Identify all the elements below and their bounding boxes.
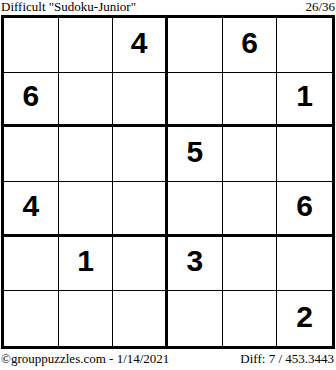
copyright-text: ©grouppuzzles.com - 1/14/2021 (1, 351, 169, 367)
cell-r2c4[interactable] (168, 73, 223, 128)
cell-r6c3[interactable] (113, 291, 168, 346)
cell-r1c2[interactable] (59, 18, 114, 73)
cell-r1c6[interactable] (277, 18, 332, 73)
difficulty-text: Diff: 7 / 453.3443 (240, 351, 334, 367)
cell-r4c5[interactable] (223, 182, 278, 237)
cell-r2c3[interactable] (113, 73, 168, 128)
cell-r6c4[interactable] (168, 291, 223, 346)
puzzle-title: Difficult "Sudoku-Junior" (1, 0, 136, 13)
cell-r4c1[interactable]: 4 (4, 182, 59, 237)
cell-r2c6[interactable]: 1 (277, 73, 332, 128)
cell-r2c1[interactable]: 6 (4, 73, 59, 128)
cell-r5c5[interactable] (223, 237, 278, 292)
cell-r5c2[interactable]: 1 (59, 237, 114, 292)
cell-r3c6[interactable] (277, 127, 332, 182)
cell-r3c2[interactable] (59, 127, 114, 182)
board: 4661546132 (1, 15, 335, 349)
cell-r5c6[interactable] (277, 237, 332, 292)
cell-r1c5[interactable]: 6 (223, 18, 278, 73)
cell-r4c3[interactable] (113, 182, 168, 237)
puzzle-counter: 26/36 (305, 0, 335, 13)
cell-r4c2[interactable] (59, 182, 114, 237)
cell-r3c3[interactable] (113, 127, 168, 182)
cell-r1c4[interactable] (168, 18, 223, 73)
cell-r1c1[interactable] (4, 18, 59, 73)
footer: ©grouppuzzles.com - 1/14/2021 Diff: 7 / … (0, 349, 336, 369)
cell-r6c1[interactable] (4, 291, 59, 346)
cell-r5c3[interactable] (113, 237, 168, 292)
header: Difficult "Sudoku-Junior" 26/36 (0, 0, 336, 15)
puzzle-page: Difficult "Sudoku-Junior" 26/36 46615461… (0, 0, 336, 370)
cell-r5c1[interactable] (4, 237, 59, 292)
cell-r4c4[interactable] (168, 182, 223, 237)
cell-r3c4[interactable]: 5 (168, 127, 223, 182)
cell-r6c6[interactable]: 2 (277, 291, 332, 346)
cell-r5c4[interactable]: 3 (168, 237, 223, 292)
cell-r4c6[interactable]: 6 (277, 182, 332, 237)
cell-r6c2[interactable] (59, 291, 114, 346)
cell-r6c5[interactable] (223, 291, 278, 346)
cell-r1c3[interactable]: 4 (113, 18, 168, 73)
cell-r2c5[interactable] (223, 73, 278, 128)
cell-r3c5[interactable] (223, 127, 278, 182)
cell-r3c1[interactable] (4, 127, 59, 182)
cell-r2c2[interactable] (59, 73, 114, 128)
